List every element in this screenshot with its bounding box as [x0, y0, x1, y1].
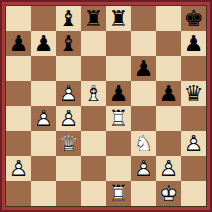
white-pawn[interactable]: ♟♙ — [56, 81, 81, 106]
square-a4[interactable] — [6, 106, 31, 131]
square-f3[interactable]: ♞♘ — [131, 131, 156, 156]
white-pawn[interactable]: ♟♙ — [181, 131, 206, 156]
square-g4[interactable] — [156, 106, 181, 131]
square-f5[interactable] — [131, 81, 156, 106]
square-e7[interactable] — [106, 31, 131, 56]
white-piece-outline: ♘ — [131, 131, 156, 156]
white-piece-outline: ♙ — [131, 156, 156, 181]
square-h7[interactable]: ♟ — [181, 31, 206, 56]
square-f2[interactable]: ♟♙ — [131, 156, 156, 181]
black-piece-glyph: ♟ — [31, 31, 56, 56]
square-e1[interactable]: ♜♖ — [106, 181, 131, 206]
square-g2[interactable]: ♟♙ — [156, 156, 181, 181]
white-piece-outline: ♖ — [106, 181, 131, 206]
white-piece-outline: ♙ — [31, 106, 56, 131]
black-piece-glyph: ♜ — [81, 6, 106, 31]
black-piece-glyph: ♛ — [181, 81, 206, 106]
black-piece-glyph: ♜ — [106, 6, 131, 31]
square-h8[interactable]: ♚ — [181, 6, 206, 31]
board-frame: ♝♜♜♚♟♟♝♟♟♟♙♝♗♟♟♛♟♙♟♙♜♖♛♕♞♘♟♙♟♙♟♙♟♙♜♖♚♔ — [0, 0, 212, 212]
white-pawn[interactable]: ♟♙ — [31, 106, 56, 131]
square-c8[interactable]: ♝ — [56, 6, 81, 31]
square-b7[interactable]: ♟ — [31, 31, 56, 56]
white-piece-outline: ♗ — [81, 81, 106, 106]
square-g1[interactable]: ♚♔ — [156, 181, 181, 206]
square-a5[interactable] — [6, 81, 31, 106]
black-bishop[interactable]: ♝ — [56, 31, 81, 56]
square-h1[interactable] — [181, 181, 206, 206]
square-e8[interactable]: ♜ — [106, 6, 131, 31]
white-knight[interactable]: ♞♘ — [131, 131, 156, 156]
black-pawn[interactable]: ♟ — [156, 81, 181, 106]
black-piece-glyph: ♟ — [156, 81, 181, 106]
square-f1[interactable] — [131, 181, 156, 206]
square-c3[interactable]: ♛♕ — [56, 131, 81, 156]
square-d8[interactable]: ♜ — [81, 6, 106, 31]
white-piece-outline: ♙ — [6, 156, 31, 181]
square-a3[interactable] — [6, 131, 31, 156]
white-piece-outline: ♙ — [181, 131, 206, 156]
black-piece-glyph: ♟ — [131, 56, 156, 81]
black-pawn[interactable]: ♟ — [31, 31, 56, 56]
square-g6[interactable] — [156, 56, 181, 81]
square-a8[interactable] — [6, 6, 31, 31]
square-a2[interactable]: ♟♙ — [6, 156, 31, 181]
square-g8[interactable] — [156, 6, 181, 31]
square-e3[interactable] — [106, 131, 131, 156]
square-e6[interactable] — [106, 56, 131, 81]
white-piece-outline: ♔ — [156, 181, 181, 206]
white-rook[interactable]: ♜♖ — [106, 181, 131, 206]
black-piece-glyph: ♟ — [106, 81, 131, 106]
square-b4[interactable]: ♟♙ — [31, 106, 56, 131]
black-pawn[interactable]: ♟ — [6, 31, 31, 56]
chess-board: ♝♜♜♚♟♟♝♟♟♟♙♝♗♟♟♛♟♙♟♙♜♖♛♕♞♘♟♙♟♙♟♙♟♙♜♖♚♔ — [6, 6, 206, 206]
white-piece-outline: ♕ — [56, 131, 81, 156]
square-f4[interactable] — [131, 106, 156, 131]
square-h4[interactable] — [181, 106, 206, 131]
square-b3[interactable] — [31, 131, 56, 156]
white-piece-outline: ♙ — [56, 81, 81, 106]
black-piece-glyph: ♟ — [6, 31, 31, 56]
black-piece-glyph: ♝ — [56, 31, 81, 56]
white-piece-outline: ♙ — [56, 106, 81, 131]
square-h6[interactable] — [181, 56, 206, 81]
square-b2[interactable] — [31, 156, 56, 181]
square-a1[interactable] — [6, 181, 31, 206]
square-h3[interactable]: ♟♙ — [181, 131, 206, 156]
square-b8[interactable] — [31, 6, 56, 31]
black-pawn[interactable]: ♟ — [106, 81, 131, 106]
black-pawn[interactable]: ♟ — [181, 31, 206, 56]
square-c5[interactable]: ♟♙ — [56, 81, 81, 106]
square-a7[interactable]: ♟ — [6, 31, 31, 56]
square-f7[interactable] — [131, 31, 156, 56]
black-piece-glyph: ♟ — [181, 31, 206, 56]
white-bishop[interactable]: ♝♗ — [81, 81, 106, 106]
square-b6[interactable] — [31, 56, 56, 81]
square-b1[interactable] — [31, 181, 56, 206]
square-f6[interactable]: ♟ — [131, 56, 156, 81]
square-b5[interactable] — [31, 81, 56, 106]
black-pawn[interactable]: ♟ — [131, 56, 156, 81]
square-f8[interactable] — [131, 6, 156, 31]
square-a6[interactable] — [6, 56, 31, 81]
black-piece-glyph: ♝ — [56, 6, 81, 31]
black-king[interactable]: ♚ — [181, 6, 206, 31]
square-d1[interactable] — [81, 181, 106, 206]
square-d7[interactable] — [81, 31, 106, 56]
square-c2[interactable] — [56, 156, 81, 181]
square-d4[interactable] — [81, 106, 106, 131]
white-piece-outline: ♙ — [156, 156, 181, 181]
square-e2[interactable] — [106, 156, 131, 181]
white-pawn[interactable]: ♟♙ — [6, 156, 31, 181]
white-pawn[interactable]: ♟♙ — [156, 156, 181, 181]
square-d3[interactable] — [81, 131, 106, 156]
white-piece-outline: ♖ — [106, 106, 131, 131]
square-g7[interactable] — [156, 31, 181, 56]
black-rook[interactable]: ♜ — [106, 6, 131, 31]
black-queen[interactable]: ♛ — [181, 81, 206, 106]
white-pawn[interactable]: ♟♙ — [56, 106, 81, 131]
white-king[interactable]: ♚♔ — [156, 181, 181, 206]
square-c7[interactable]: ♝ — [56, 31, 81, 56]
square-d2[interactable] — [81, 156, 106, 181]
white-pawn[interactable]: ♟♙ — [131, 156, 156, 181]
square-h5[interactable]: ♛ — [181, 81, 206, 106]
square-g5[interactable]: ♟ — [156, 81, 181, 106]
black-piece-glyph: ♚ — [181, 6, 206, 31]
square-h2[interactable] — [181, 156, 206, 181]
black-rook[interactable]: ♜ — [81, 6, 106, 31]
square-d5[interactable]: ♝♗ — [81, 81, 106, 106]
square-e5[interactable]: ♟ — [106, 81, 131, 106]
square-c4[interactable]: ♟♙ — [56, 106, 81, 131]
black-bishop[interactable]: ♝ — [56, 6, 81, 31]
square-d6[interactable] — [81, 56, 106, 81]
square-c6[interactable] — [56, 56, 81, 81]
square-e4[interactable]: ♜♖ — [106, 106, 131, 131]
square-c1[interactable] — [56, 181, 81, 206]
square-g3[interactable] — [156, 131, 181, 156]
white-rook[interactable]: ♜♖ — [106, 106, 131, 131]
white-queen[interactable]: ♛♕ — [56, 131, 81, 156]
